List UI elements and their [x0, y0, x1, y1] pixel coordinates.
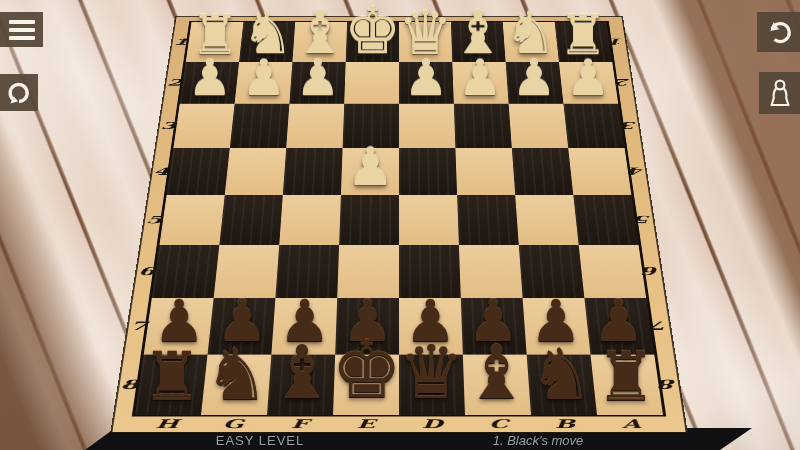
square-e5[interactable] [339, 195, 399, 245]
move-status-label: 1. Black's move [468, 431, 608, 449]
undo-icon [765, 18, 793, 46]
square-c4[interactable] [455, 148, 515, 195]
file-label-G: G [199, 415, 267, 432]
black-queen-d8[interactable]: ♛ [398, 336, 465, 410]
square-b4[interactable] [512, 148, 573, 195]
rotate-board-icon [6, 80, 32, 106]
white-pawn-e4[interactable]: ♟ [347, 141, 394, 194]
file-label-H: H [133, 415, 201, 432]
file-label-D: D [399, 415, 466, 432]
square-f5[interactable] [279, 195, 341, 245]
square-g3[interactable] [230, 104, 290, 148]
square-c5[interactable] [457, 195, 519, 245]
square-a3[interactable] [563, 104, 624, 148]
black-king-e8[interactable]: ♚ [331, 331, 402, 410]
undo-button[interactable] [757, 12, 800, 52]
square-d4[interactable] [399, 148, 457, 195]
square-g4[interactable] [225, 148, 286, 195]
black-knight-g8[interactable]: ♞ [205, 339, 269, 410]
black-rook-h8[interactable]: ♜ [142, 343, 203, 411]
white-pawn-h2[interactable]: ♟ [188, 54, 233, 104]
file-label-C: C [465, 415, 532, 432]
white-pawn-g2[interactable]: ♟ [242, 54, 287, 104]
square-f4[interactable] [283, 148, 343, 195]
rotate-board-button[interactable] [0, 74, 38, 111]
file-label-F: F [266, 415, 333, 432]
white-pawn-c2[interactable]: ♟ [458, 54, 503, 104]
white-pawn-d2[interactable]: ♟ [404, 54, 449, 104]
white-pawn-b2[interactable]: ♟ [512, 54, 557, 104]
square-h3[interactable] [173, 104, 234, 148]
file-label-B: B [531, 415, 599, 432]
square-b5[interactable] [515, 195, 578, 245]
file-label-A: A [597, 415, 665, 432]
square-b3[interactable] [509, 104, 569, 148]
white-pawn-a2[interactable]: ♟ [566, 54, 611, 104]
white-king-e1[interactable]: ♚ [344, 0, 401, 63]
square-g5[interactable] [219, 195, 282, 245]
player-mode-button[interactable] [759, 72, 800, 114]
square-e2[interactable] [344, 62, 399, 104]
menu-icon [9, 20, 35, 40]
black-rook-a8[interactable]: ♜ [596, 343, 657, 411]
player-mode-pawn-icon [766, 78, 794, 108]
menu-button[interactable] [0, 12, 43, 47]
square-d3[interactable] [399, 104, 455, 148]
black-bishop-f8[interactable]: ♝ [269, 337, 335, 411]
square-d5[interactable] [399, 195, 459, 245]
square-a5[interactable] [573, 195, 638, 245]
black-bishop-c8[interactable]: ♝ [463, 337, 529, 411]
square-a4[interactable] [568, 148, 631, 195]
square-c3[interactable] [454, 104, 512, 148]
file-label-E: E [332, 415, 399, 432]
square-f3[interactable] [286, 104, 344, 148]
square-h5[interactable] [159, 195, 224, 245]
black-knight-b8[interactable]: ♞ [529, 339, 593, 410]
white-pawn-f2[interactable]: ♟ [296, 54, 341, 104]
difficulty-level-label: EASY LEVEL [198, 431, 322, 449]
square-h4[interactable] [167, 148, 230, 195]
